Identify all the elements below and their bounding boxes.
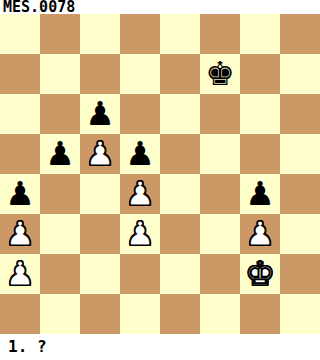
black-pawn-g4: ♟ bbox=[245, 174, 275, 214]
square-e7[interactable] bbox=[160, 54, 200, 94]
square-d2[interactable] bbox=[120, 254, 160, 294]
square-b8[interactable] bbox=[40, 14, 80, 54]
square-e4[interactable] bbox=[160, 174, 200, 214]
square-g3[interactable]: ♟ bbox=[240, 214, 280, 254]
black-king-f7: ♚ bbox=[205, 54, 235, 94]
square-e8[interactable] bbox=[160, 14, 200, 54]
square-g4[interactable]: ♟ bbox=[240, 174, 280, 214]
square-e3[interactable] bbox=[160, 214, 200, 254]
square-a8[interactable] bbox=[0, 14, 40, 54]
white-pawn-a3: ♟ bbox=[5, 214, 35, 254]
square-d3[interactable]: ♟ bbox=[120, 214, 160, 254]
square-f3[interactable] bbox=[200, 214, 240, 254]
square-f5[interactable] bbox=[200, 134, 240, 174]
square-b2[interactable] bbox=[40, 254, 80, 294]
square-b5[interactable]: ♟ bbox=[40, 134, 80, 174]
square-a2[interactable]: ♟ bbox=[0, 254, 40, 294]
white-pawn-g3: ♟ bbox=[245, 214, 275, 254]
square-g5[interactable] bbox=[240, 134, 280, 174]
diagram-title: MES.0078 bbox=[0, 0, 320, 14]
square-a1[interactable] bbox=[0, 294, 40, 334]
square-d6[interactable] bbox=[120, 94, 160, 134]
square-c8[interactable] bbox=[80, 14, 120, 54]
square-d1[interactable] bbox=[120, 294, 160, 334]
black-pawn-d5: ♟ bbox=[125, 134, 155, 174]
square-h4[interactable] bbox=[280, 174, 320, 214]
square-f1[interactable] bbox=[200, 294, 240, 334]
square-a3[interactable]: ♟ bbox=[0, 214, 40, 254]
square-b1[interactable] bbox=[40, 294, 80, 334]
square-g7[interactable] bbox=[240, 54, 280, 94]
square-e5[interactable] bbox=[160, 134, 200, 174]
square-g6[interactable] bbox=[240, 94, 280, 134]
square-f4[interactable] bbox=[200, 174, 240, 214]
black-pawn-c6: ♟ bbox=[85, 94, 115, 134]
square-f8[interactable] bbox=[200, 14, 240, 54]
black-pawn-b5: ♟ bbox=[45, 134, 75, 174]
square-h7[interactable] bbox=[280, 54, 320, 94]
square-g2[interactable]: ♚ bbox=[240, 254, 280, 294]
square-c6[interactable]: ♟ bbox=[80, 94, 120, 134]
black-pawn-a4: ♟ bbox=[5, 174, 35, 214]
square-h3[interactable] bbox=[280, 214, 320, 254]
square-c1[interactable] bbox=[80, 294, 120, 334]
square-b6[interactable] bbox=[40, 94, 80, 134]
square-e1[interactable] bbox=[160, 294, 200, 334]
square-a4[interactable]: ♟ bbox=[0, 174, 40, 214]
square-e6[interactable] bbox=[160, 94, 200, 134]
square-h1[interactable] bbox=[280, 294, 320, 334]
move-prompt: 1. ? bbox=[8, 338, 320, 356]
white-king-g2: ♚ bbox=[245, 254, 275, 294]
white-pawn-d3: ♟ bbox=[125, 214, 155, 254]
square-d8[interactable] bbox=[120, 14, 160, 54]
square-c3[interactable] bbox=[80, 214, 120, 254]
square-f2[interactable] bbox=[200, 254, 240, 294]
square-d7[interactable] bbox=[120, 54, 160, 94]
square-h6[interactable] bbox=[280, 94, 320, 134]
square-c7[interactable] bbox=[80, 54, 120, 94]
white-pawn-c5: ♟ bbox=[85, 134, 115, 174]
square-f6[interactable] bbox=[200, 94, 240, 134]
white-pawn-d4: ♟ bbox=[125, 174, 155, 214]
square-b7[interactable] bbox=[40, 54, 80, 94]
white-pawn-a2: ♟ bbox=[5, 254, 35, 294]
square-a6[interactable] bbox=[0, 94, 40, 134]
square-c2[interactable] bbox=[80, 254, 120, 294]
square-f7[interactable]: ♚ bbox=[200, 54, 240, 94]
square-c5[interactable]: ♟ bbox=[80, 134, 120, 174]
square-c4[interactable] bbox=[80, 174, 120, 214]
square-b4[interactable] bbox=[40, 174, 80, 214]
square-h2[interactable] bbox=[280, 254, 320, 294]
square-d5[interactable]: ♟ bbox=[120, 134, 160, 174]
square-g8[interactable] bbox=[240, 14, 280, 54]
chess-board: ♚♟♟♟♟♟♟♟♟♟♟♟♚ bbox=[0, 14, 320, 334]
square-a5[interactable] bbox=[0, 134, 40, 174]
square-h8[interactable] bbox=[280, 14, 320, 54]
square-a7[interactable] bbox=[0, 54, 40, 94]
chess-diagram-page: MES.0078 ♚♟♟♟♟♟♟♟♟♟♟♟♚ 1. ? bbox=[0, 0, 320, 356]
square-d4[interactable]: ♟ bbox=[120, 174, 160, 214]
square-h5[interactable] bbox=[280, 134, 320, 174]
square-b3[interactable] bbox=[40, 214, 80, 254]
square-e2[interactable] bbox=[160, 254, 200, 294]
square-g1[interactable] bbox=[240, 294, 280, 334]
